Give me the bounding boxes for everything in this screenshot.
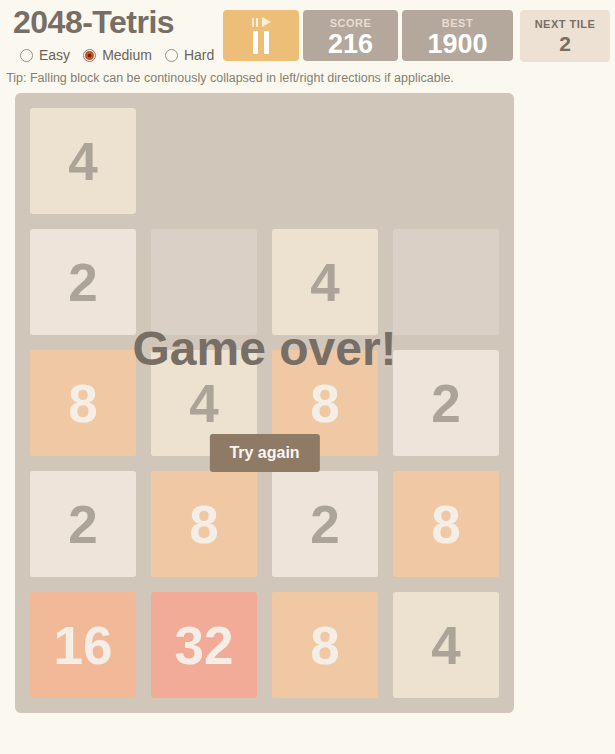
next-tile-label: NEXT TILE: [520, 18, 610, 31]
play-icon: [262, 17, 271, 27]
next-tile-value: 2: [520, 31, 610, 56]
difficulty-radio-medium[interactable]: [83, 49, 96, 62]
try-again-button[interactable]: Try again: [209, 434, 319, 472]
difficulty-selector: Easy Medium Hard: [20, 47, 214, 63]
pause-button[interactable]: [223, 10, 299, 61]
pause-play-icons: [252, 17, 271, 27]
best-box: BEST 1900: [402, 10, 513, 61]
pause-icon: [252, 18, 258, 27]
difficulty-label-hard: Hard: [184, 47, 214, 63]
difficulty-option-easy[interactable]: Easy: [20, 47, 70, 63]
tip-text: Tip: Falling block can be continously co…: [0, 71, 460, 85]
app-title: 2048-Tetris: [13, 4, 174, 41]
score-value: 216: [303, 30, 398, 58]
difficulty-option-medium[interactable]: Medium: [83, 47, 152, 63]
game-over-overlay: Game over! Try again: [15, 93, 514, 713]
score-box: SCORE 216: [303, 10, 398, 61]
best-value: 1900: [402, 30, 513, 58]
game-over-message: Game over!: [15, 321, 514, 376]
next-tile-box: NEXT TILE 2: [520, 10, 610, 62]
game-board: 42484822828163284 Game over! Try again: [15, 93, 514, 713]
difficulty-label-easy: Easy: [39, 47, 70, 63]
app-window: 2048-Tetris Easy Medium Hard SCORE 216 B…: [0, 0, 615, 754]
difficulty-radio-hard[interactable]: [165, 49, 178, 62]
pause-state-icon: [253, 31, 269, 54]
difficulty-radio-easy[interactable]: [20, 49, 33, 62]
difficulty-option-hard[interactable]: Hard: [165, 47, 214, 63]
difficulty-label-medium: Medium: [102, 47, 152, 63]
